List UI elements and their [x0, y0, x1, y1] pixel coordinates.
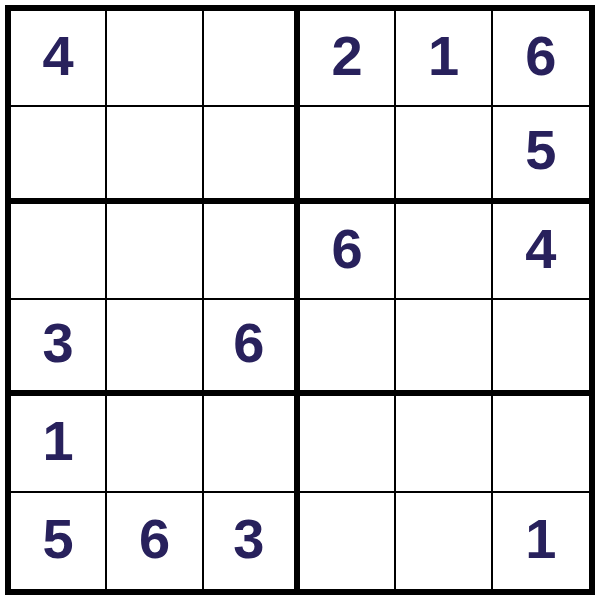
cell-r3c5[interactable] — [396, 204, 492, 300]
cell-r4c5[interactable] — [396, 300, 492, 396]
cell-r2c3[interactable] — [204, 107, 300, 203]
given-digit: 2 — [332, 28, 363, 84]
cell-r3c3[interactable] — [204, 204, 300, 300]
given-digit: 1 — [43, 413, 74, 469]
cell-r1c2[interactable] — [107, 11, 203, 107]
cell-r1c4[interactable]: 2 — [300, 11, 396, 107]
cell-r2c1[interactable] — [11, 107, 107, 203]
cell-r4c4[interactable] — [300, 300, 396, 396]
given-digit: 5 — [525, 122, 556, 178]
cell-r2c2[interactable] — [107, 107, 203, 203]
cell-r6c3[interactable]: 3 — [204, 493, 300, 589]
cell-r1c5[interactable]: 1 — [396, 11, 492, 107]
given-digit: 6 — [332, 221, 363, 277]
cell-r6c6[interactable]: 1 — [493, 493, 589, 589]
given-digit: 6 — [139, 511, 170, 567]
given-digit: 4 — [43, 28, 74, 84]
given-digit: 3 — [233, 511, 264, 567]
given-digit: 3 — [43, 315, 74, 371]
sudoku-board: 42165643615631 — [5, 5, 595, 595]
cell-r6c4[interactable] — [300, 493, 396, 589]
given-digit: 1 — [428, 28, 459, 84]
given-digit: 4 — [525, 221, 556, 277]
cell-r1c6[interactable]: 6 — [493, 11, 589, 107]
cell-r6c2[interactable]: 6 — [107, 493, 203, 589]
cell-r4c1[interactable]: 3 — [11, 300, 107, 396]
given-digit: 6 — [233, 315, 264, 371]
cell-r3c6[interactable]: 4 — [493, 204, 589, 300]
cell-r1c1[interactable]: 4 — [11, 11, 107, 107]
cell-r4c2[interactable] — [107, 300, 203, 396]
cell-r3c4[interactable]: 6 — [300, 204, 396, 300]
cell-r4c3[interactable]: 6 — [204, 300, 300, 396]
cell-r5c2[interactable] — [107, 396, 203, 492]
cell-r6c1[interactable]: 5 — [11, 493, 107, 589]
given-digit: 1 — [525, 511, 556, 567]
cell-r3c2[interactable] — [107, 204, 203, 300]
cell-r2c6[interactable]: 5 — [493, 107, 589, 203]
cell-r3c1[interactable] — [11, 204, 107, 300]
cell-r4c6[interactable] — [493, 300, 589, 396]
cell-r5c4[interactable] — [300, 396, 396, 492]
cell-r5c1[interactable]: 1 — [11, 396, 107, 492]
cell-r6c5[interactable] — [396, 493, 492, 589]
cell-r2c5[interactable] — [396, 107, 492, 203]
given-digit: 6 — [525, 28, 556, 84]
cell-r5c3[interactable] — [204, 396, 300, 492]
given-digit: 5 — [43, 511, 74, 567]
cell-r5c5[interactable] — [396, 396, 492, 492]
cell-r2c4[interactable] — [300, 107, 396, 203]
cell-r1c3[interactable] — [204, 11, 300, 107]
cell-r5c6[interactable] — [493, 396, 589, 492]
